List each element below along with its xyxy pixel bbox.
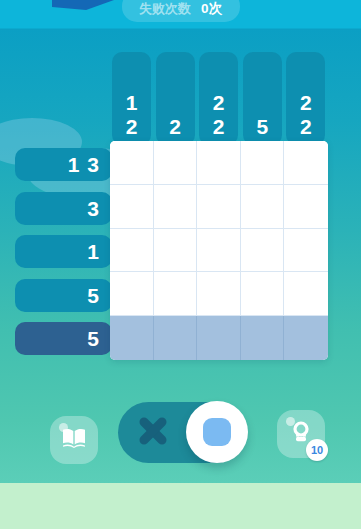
- cell-r3c4[interactable]: [241, 229, 285, 273]
- row-clue-3: 1: [15, 235, 112, 268]
- cell-r4c4[interactable]: [241, 272, 285, 316]
- row-clue-1: 1 3: [15, 148, 112, 181]
- col-clue-4: 5: [243, 52, 282, 145]
- cell-r3c2[interactable]: [154, 229, 198, 273]
- mode-toggle[interactable]: [118, 402, 246, 463]
- clue-number: 3: [87, 197, 99, 221]
- clue-number: 2: [213, 115, 225, 139]
- bottom-panel: [0, 483, 361, 529]
- row-clue-5-active: 5: [15, 322, 112, 355]
- cell-r1c1[interactable]: [110, 141, 154, 185]
- col-clue-1: 1 2: [112, 52, 151, 145]
- cell-r5c1[interactable]: [110, 316, 154, 360]
- cell-r2c1[interactable]: [110, 185, 154, 229]
- clue-number: 2: [126, 115, 138, 139]
- cell-r5c3[interactable]: [197, 316, 241, 360]
- cell-r5c5[interactable]: [284, 316, 328, 360]
- clue-number: 2: [213, 91, 225, 115]
- grid: [110, 141, 328, 360]
- cell-r3c5[interactable]: [284, 229, 328, 273]
- fail-counter-value: 0次: [201, 0, 222, 18]
- clue-number: 2: [300, 91, 312, 115]
- cell-r1c4[interactable]: [241, 141, 285, 185]
- cell-r2c4[interactable]: [241, 185, 285, 229]
- cell-r4c3[interactable]: [197, 272, 241, 316]
- clue-number: 1: [87, 240, 99, 264]
- row-clue-4: 5: [15, 279, 112, 312]
- cell-r1c2[interactable]: [154, 141, 198, 185]
- fill-square-icon: [203, 418, 231, 446]
- nonogram-screen: 失败次数 0次 1 2 2 2 2 5 2 2 1 3 3 1 5 5: [0, 0, 361, 529]
- col-clue-2: 2: [156, 52, 195, 145]
- cell-r1c5[interactable]: [284, 141, 328, 185]
- col-clue-5: 2 2: [286, 52, 325, 145]
- banner-ribbon-tip: [52, 0, 114, 10]
- x-mark-icon: [136, 414, 170, 452]
- button-gloss: [286, 417, 295, 426]
- cell-r5c4[interactable]: [241, 316, 285, 360]
- tutorial-book-button[interactable]: [50, 416, 98, 464]
- cell-r1c3[interactable]: [197, 141, 241, 185]
- clue-number: 1: [126, 91, 138, 115]
- row-clue-2: 3: [15, 192, 112, 225]
- cell-r3c1[interactable]: [110, 229, 154, 273]
- clue-number: 5: [87, 327, 99, 351]
- fail-counter: 失败次数 0次: [122, 0, 240, 22]
- clue-number: 1: [68, 153, 80, 177]
- cell-r2c2[interactable]: [154, 185, 198, 229]
- clue-number: 5: [87, 284, 99, 308]
- mark-x-mode-button[interactable]: [118, 402, 188, 463]
- cell-r3c3[interactable]: [197, 229, 241, 273]
- button-gloss: [59, 423, 68, 432]
- clue-number: 5: [256, 115, 268, 139]
- clue-number: 2: [300, 115, 312, 139]
- cell-r2c5[interactable]: [284, 185, 328, 229]
- cell-r4c1[interactable]: [110, 272, 154, 316]
- fail-counter-label: 失败次数: [139, 0, 191, 18]
- cell-r5c2[interactable]: [154, 316, 198, 360]
- clue-number: 2: [169, 115, 181, 139]
- cell-r4c5[interactable]: [284, 272, 328, 316]
- cell-r4c2[interactable]: [154, 272, 198, 316]
- hint-button[interactable]: 10: [277, 410, 325, 458]
- cell-r2c3[interactable]: [197, 185, 241, 229]
- col-clue-3: 2 2: [199, 52, 238, 145]
- clue-number: 3: [87, 153, 99, 177]
- hint-count-badge: 10: [306, 439, 328, 461]
- fill-mode-knob[interactable]: [186, 401, 248, 463]
